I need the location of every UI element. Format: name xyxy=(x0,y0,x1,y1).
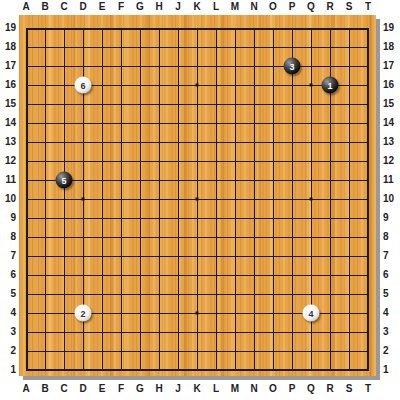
column-label-top-J: J xyxy=(168,0,188,14)
column-label-top-N: N xyxy=(244,0,264,14)
row-label-right-16: 16 xyxy=(383,78,400,92)
star-point-Q10 xyxy=(310,198,313,201)
row-label-right-14: 14 xyxy=(383,116,400,130)
column-label-bottom-F: F xyxy=(111,382,131,396)
row-label-left-8: 8 xyxy=(0,230,16,244)
star-point-K16 xyxy=(196,84,199,87)
column-label-top-D: D xyxy=(73,0,93,14)
column-label-bottom-M: M xyxy=(225,382,245,396)
column-label-top-G: G xyxy=(130,0,150,14)
row-label-right-18: 18 xyxy=(383,40,400,54)
row-label-left-1: 1 xyxy=(0,363,16,377)
go-board-diagram: AABBCCDDEEFFGGHHJJKKLLMMNNOOPPQQRRSSTT19… xyxy=(0,0,400,400)
column-label-top-O: O xyxy=(263,0,283,14)
row-label-right-10: 10 xyxy=(383,192,400,206)
column-label-bottom-C: C xyxy=(54,382,74,396)
column-label-top-T: T xyxy=(358,0,378,14)
column-label-bottom-L: L xyxy=(206,382,226,396)
grid-line-horizontal xyxy=(26,218,369,219)
row-label-left-11: 11 xyxy=(0,173,16,187)
row-label-left-3: 3 xyxy=(0,325,16,339)
row-label-right-3: 3 xyxy=(383,325,400,339)
row-label-right-4: 4 xyxy=(383,306,400,320)
grid-line-vertical xyxy=(235,28,236,371)
grid-line-vertical xyxy=(273,28,274,371)
column-label-top-L: L xyxy=(206,0,226,14)
column-label-top-Q: Q xyxy=(301,0,321,14)
row-label-left-10: 10 xyxy=(0,192,16,206)
row-label-right-15: 15 xyxy=(383,97,400,111)
row-label-left-9: 9 xyxy=(0,211,16,225)
column-label-bottom-J: J xyxy=(168,382,188,396)
column-label-top-C: C xyxy=(54,0,74,14)
grid-line-vertical xyxy=(367,28,369,371)
stone-black-P17[interactable]: 3 xyxy=(284,58,301,75)
column-label-bottom-B: B xyxy=(35,382,55,396)
row-label-right-19: 19 xyxy=(383,21,400,35)
stone-white-D16[interactable]: 6 xyxy=(75,77,92,94)
column-label-top-B: B xyxy=(35,0,55,14)
column-label-bottom-G: G xyxy=(130,382,150,396)
column-label-bottom-K: K xyxy=(187,382,207,396)
column-label-top-P: P xyxy=(282,0,302,14)
row-label-right-11: 11 xyxy=(383,173,400,187)
grid-line-vertical xyxy=(349,28,350,371)
row-label-left-2: 2 xyxy=(0,344,16,358)
stone-white-Q4[interactable]: 4 xyxy=(303,305,320,322)
column-label-top-H: H xyxy=(149,0,169,14)
grid-line-horizontal xyxy=(26,256,369,257)
column-label-bottom-H: H xyxy=(149,382,169,396)
row-label-left-18: 18 xyxy=(0,40,16,54)
column-label-bottom-D: D xyxy=(73,382,93,396)
row-label-right-12: 12 xyxy=(383,154,400,168)
row-label-right-7: 7 xyxy=(383,249,400,263)
grid-line-horizontal xyxy=(26,369,369,371)
row-label-left-5: 5 xyxy=(0,287,16,301)
row-label-right-6: 6 xyxy=(383,268,400,282)
row-label-right-13: 13 xyxy=(383,135,400,149)
column-label-bottom-Q: Q xyxy=(301,382,321,396)
star-point-D10 xyxy=(82,198,85,201)
star-point-Q16 xyxy=(310,84,313,87)
column-label-bottom-O: O xyxy=(263,382,283,396)
row-label-right-8: 8 xyxy=(383,230,400,244)
row-label-left-4: 4 xyxy=(0,306,16,320)
column-label-top-M: M xyxy=(225,0,245,14)
grid-line-horizontal xyxy=(26,237,369,238)
column-label-bottom-N: N xyxy=(244,382,264,396)
row-label-left-7: 7 xyxy=(0,249,16,263)
row-label-left-19: 19 xyxy=(0,21,16,35)
row-label-right-17: 17 xyxy=(383,59,400,73)
row-label-left-6: 6 xyxy=(0,268,16,282)
row-label-left-12: 12 xyxy=(0,154,16,168)
column-label-top-S: S xyxy=(339,0,359,14)
grid-line-horizontal xyxy=(26,351,369,352)
column-label-top-E: E xyxy=(92,0,112,14)
grid-line-horizontal xyxy=(26,294,369,295)
star-point-K4 xyxy=(196,312,199,315)
row-label-left-17: 17 xyxy=(0,59,16,73)
column-label-bottom-R: R xyxy=(320,382,340,396)
row-label-right-5: 5 xyxy=(383,287,400,301)
row-label-left-16: 16 xyxy=(0,78,16,92)
grid-line-vertical xyxy=(216,28,217,371)
column-label-bottom-S: S xyxy=(339,382,359,396)
stone-black-R16[interactable]: 1 xyxy=(322,77,339,94)
row-label-right-1: 1 xyxy=(383,363,400,377)
column-label-top-A: A xyxy=(16,0,36,14)
column-label-top-R: R xyxy=(320,0,340,14)
stone-white-D4[interactable]: 2 xyxy=(75,305,92,322)
stone-black-C11[interactable]: 5 xyxy=(56,172,73,189)
column-label-bottom-A: A xyxy=(16,382,36,396)
row-label-left-13: 13 xyxy=(0,135,16,149)
grid-line-vertical xyxy=(292,28,293,371)
column-label-top-K: K xyxy=(187,0,207,14)
star-point-K10 xyxy=(196,198,199,201)
column-label-bottom-T: T xyxy=(358,382,378,396)
row-label-right-9: 9 xyxy=(383,211,400,225)
row-label-left-14: 14 xyxy=(0,116,16,130)
column-label-bottom-E: E xyxy=(92,382,112,396)
row-label-left-15: 15 xyxy=(0,97,16,111)
column-label-top-F: F xyxy=(111,0,131,14)
row-label-right-2: 2 xyxy=(383,344,400,358)
column-label-bottom-P: P xyxy=(282,382,302,396)
grid-line-vertical xyxy=(254,28,255,371)
grid-line-horizontal xyxy=(26,275,369,276)
grid-line-horizontal xyxy=(26,332,369,333)
